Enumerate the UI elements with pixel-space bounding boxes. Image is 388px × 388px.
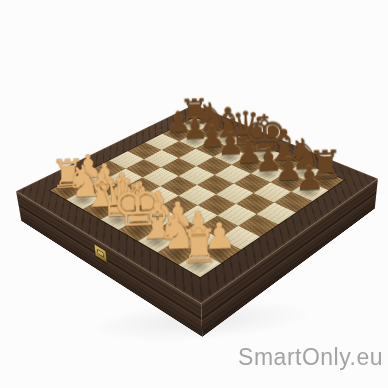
black-pawn: ♟ [268,160,351,195]
product-photo: ♜♞♝♛♚♝♞♜♟♟♟♟♟♟♟♟♟♟♟♟♟♟♟♟♜♞♝♛♚♝♞♜ SmartOn… [0,0,388,388]
latch-plate-icon [97,249,104,258]
square-h7: ♟ [291,181,328,201]
brass-latch [94,243,108,263]
white-rook: ♜ [152,222,246,270]
chess-case: ♜♞♝♛♚♝♞♜♟♟♟♟♟♟♟♟♟♟♟♟♟♟♟♟♜♞♝♛♚♝♞♜ [16,105,378,304]
watermark: SmartOnly.eu [238,344,383,371]
square-h1: ♜ [178,251,221,277]
board-frame: ♜♞♝♛♚♝♞♜♟♟♟♟♟♟♟♟♟♟♟♟♟♟♟♟♜♞♝♛♚♝♞♜ [16,105,378,304]
